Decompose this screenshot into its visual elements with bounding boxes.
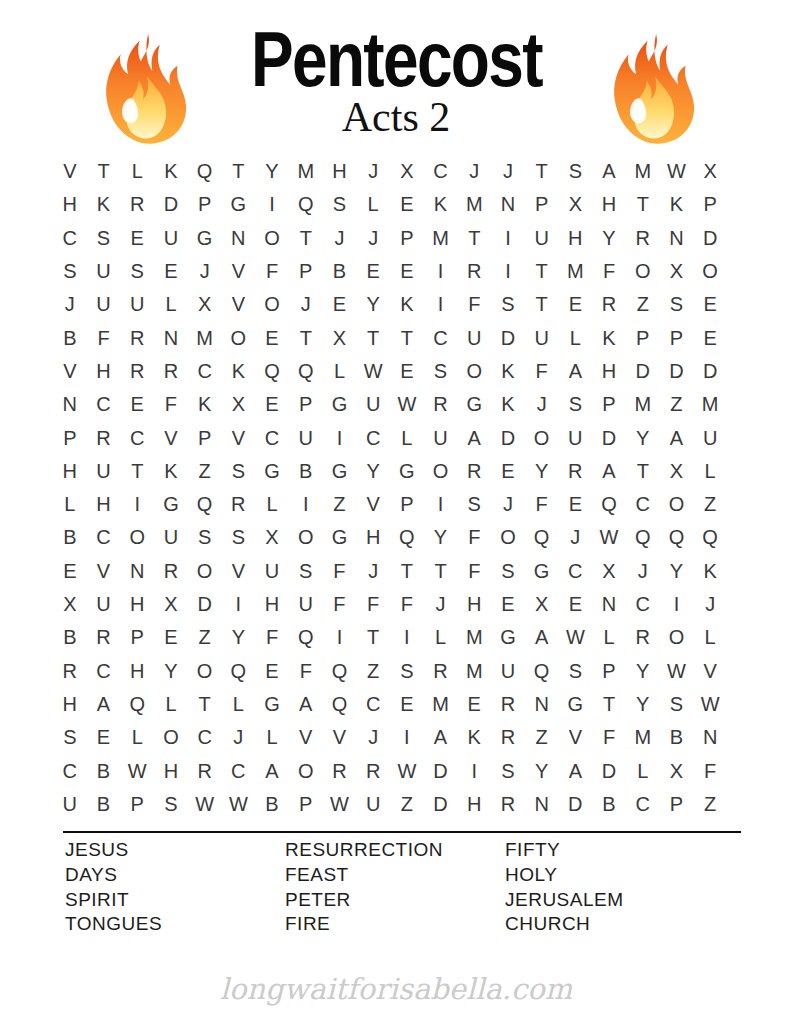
- grid-cell[interactable]: W: [660, 654, 694, 687]
- grid-cell[interactable]: X: [660, 455, 694, 488]
- grid-cell[interactable]: U: [457, 321, 491, 354]
- grid-cell[interactable]: F: [693, 754, 727, 787]
- grid-cell[interactable]: O: [525, 421, 559, 454]
- grid-cell[interactable]: X: [559, 188, 593, 221]
- grid-cell[interactable]: X: [592, 555, 626, 588]
- grid-cell[interactable]: I: [660, 588, 694, 621]
- grid-cell[interactable]: B: [289, 455, 323, 488]
- grid-cell[interactable]: H: [120, 654, 154, 687]
- grid-cell[interactable]: W: [559, 621, 593, 654]
- grid-cell[interactable]: R: [559, 455, 593, 488]
- grid-cell[interactable]: U: [525, 321, 559, 354]
- grid-cell[interactable]: Q: [323, 654, 357, 687]
- grid-cell[interactable]: J: [457, 155, 491, 188]
- grid-cell[interactable]: P: [592, 388, 626, 421]
- grid-cell[interactable]: Q: [592, 488, 626, 521]
- grid-cell[interactable]: H: [559, 222, 593, 255]
- grid-cell[interactable]: D: [188, 588, 222, 621]
- grid-cell[interactable]: S: [559, 388, 593, 421]
- grid-cell[interactable]: Y: [424, 521, 458, 554]
- grid-cell[interactable]: U: [491, 654, 525, 687]
- grid-cell[interactable]: S: [660, 288, 694, 321]
- grid-cell[interactable]: L: [592, 621, 626, 654]
- grid-cell[interactable]: G: [188, 222, 222, 255]
- grid-cell[interactable]: S: [222, 521, 256, 554]
- grid-cell[interactable]: U: [356, 788, 390, 821]
- grid-cell[interactable]: E: [390, 255, 424, 288]
- grid-cell[interactable]: S: [559, 155, 593, 188]
- grid-cell[interactable]: O: [626, 255, 660, 288]
- grid-cell[interactable]: P: [289, 788, 323, 821]
- grid-cell[interactable]: R: [592, 288, 626, 321]
- grid-cell[interactable]: G: [255, 688, 289, 721]
- grid-cell[interactable]: T: [87, 155, 121, 188]
- grid-cell[interactable]: N: [592, 588, 626, 621]
- grid-cell[interactable]: A: [255, 754, 289, 787]
- grid-cell[interactable]: L: [626, 754, 660, 787]
- grid-cell[interactable]: P: [390, 488, 424, 521]
- grid-cell[interactable]: V: [693, 654, 727, 687]
- grid-cell[interactable]: G: [323, 388, 357, 421]
- grid-cell[interactable]: Q: [188, 155, 222, 188]
- grid-cell[interactable]: I: [222, 588, 256, 621]
- grid-cell[interactable]: U: [559, 421, 593, 454]
- grid-cell[interactable]: X: [660, 255, 694, 288]
- grid-cell[interactable]: K: [188, 388, 222, 421]
- grid-cell[interactable]: D: [693, 355, 727, 388]
- grid-cell[interactable]: X: [188, 288, 222, 321]
- grid-cell[interactable]: L: [120, 155, 154, 188]
- grid-cell[interactable]: H: [323, 155, 357, 188]
- grid-cell[interactable]: H: [53, 455, 87, 488]
- grid-cell[interactable]: S: [289, 555, 323, 588]
- grid-cell[interactable]: S: [660, 688, 694, 721]
- grid-cell[interactable]: E: [693, 288, 727, 321]
- grid-cell[interactable]: T: [356, 621, 390, 654]
- grid-cell[interactable]: F: [154, 388, 188, 421]
- grid-cell[interactable]: Y: [356, 455, 390, 488]
- grid-cell[interactable]: N: [120, 555, 154, 588]
- grid-cell[interactable]: L: [255, 488, 289, 521]
- grid-cell[interactable]: O: [491, 521, 525, 554]
- grid-cell[interactable]: S: [491, 555, 525, 588]
- grid-cell[interactable]: K: [491, 355, 525, 388]
- grid-cell[interactable]: C: [356, 421, 390, 454]
- grid-cell[interactable]: Q: [525, 654, 559, 687]
- grid-cell[interactable]: Y: [626, 688, 660, 721]
- grid-cell[interactable]: J: [525, 388, 559, 421]
- grid-cell[interactable]: A: [592, 155, 626, 188]
- grid-cell[interactable]: K: [390, 288, 424, 321]
- grid-cell[interactable]: G: [390, 455, 424, 488]
- grid-cell[interactable]: B: [87, 788, 121, 821]
- grid-cell[interactable]: Z: [390, 788, 424, 821]
- grid-cell[interactable]: U: [693, 421, 727, 454]
- grid-cell[interactable]: M: [626, 155, 660, 188]
- grid-cell[interactable]: X: [693, 155, 727, 188]
- grid-cell[interactable]: O: [660, 621, 694, 654]
- grid-cell[interactable]: R: [626, 222, 660, 255]
- grid-cell[interactable]: R: [457, 455, 491, 488]
- grid-cell[interactable]: U: [87, 588, 121, 621]
- grid-cell[interactable]: N: [491, 188, 525, 221]
- grid-cell[interactable]: C: [120, 421, 154, 454]
- grid-cell[interactable]: G: [222, 188, 256, 221]
- grid-cell[interactable]: S: [87, 222, 121, 255]
- grid-cell[interactable]: Y: [626, 421, 660, 454]
- grid-cell[interactable]: H: [457, 588, 491, 621]
- grid-cell[interactable]: C: [188, 721, 222, 754]
- grid-cell[interactable]: E: [255, 388, 289, 421]
- grid-cell[interactable]: E: [559, 488, 593, 521]
- grid-cell[interactable]: D: [660, 355, 694, 388]
- grid-cell[interactable]: S: [53, 255, 87, 288]
- grid-cell[interactable]: D: [154, 188, 188, 221]
- grid-cell[interactable]: I: [255, 188, 289, 221]
- grid-cell[interactable]: F: [255, 621, 289, 654]
- grid-cell[interactable]: K: [592, 321, 626, 354]
- grid-cell[interactable]: C: [222, 754, 256, 787]
- grid-cell[interactable]: R: [188, 754, 222, 787]
- grid-cell[interactable]: Z: [525, 721, 559, 754]
- grid-cell[interactable]: A: [457, 421, 491, 454]
- grid-cell[interactable]: U: [356, 388, 390, 421]
- grid-cell[interactable]: R: [154, 355, 188, 388]
- grid-cell[interactable]: V: [53, 355, 87, 388]
- grid-cell[interactable]: R: [154, 555, 188, 588]
- grid-cell[interactable]: T: [289, 222, 323, 255]
- grid-cell[interactable]: C: [424, 321, 458, 354]
- grid-cell[interactable]: E: [693, 321, 727, 354]
- grid-cell[interactable]: I: [390, 621, 424, 654]
- grid-cell[interactable]: D: [626, 355, 660, 388]
- grid-cell[interactable]: U: [154, 521, 188, 554]
- grid-cell[interactable]: F: [457, 555, 491, 588]
- grid-cell[interactable]: A: [660, 421, 694, 454]
- grid-cell[interactable]: W: [390, 388, 424, 421]
- grid-cell[interactable]: A: [559, 355, 593, 388]
- grid-cell[interactable]: D: [592, 421, 626, 454]
- grid-cell[interactable]: H: [154, 754, 188, 787]
- grid-cell[interactable]: U: [255, 555, 289, 588]
- grid-cell[interactable]: P: [188, 188, 222, 221]
- grid-cell[interactable]: J: [693, 588, 727, 621]
- grid-cell[interactable]: G: [457, 388, 491, 421]
- grid-cell[interactable]: H: [592, 355, 626, 388]
- grid-cell[interactable]: O: [457, 355, 491, 388]
- grid-cell[interactable]: M: [457, 654, 491, 687]
- grid-cell[interactable]: J: [188, 255, 222, 288]
- grid-cell[interactable]: E: [491, 588, 525, 621]
- grid-cell[interactable]: F: [525, 355, 559, 388]
- grid-cell[interactable]: T: [424, 555, 458, 588]
- grid-cell[interactable]: P: [592, 654, 626, 687]
- grid-cell[interactable]: Q: [255, 355, 289, 388]
- grid-cell[interactable]: T: [289, 321, 323, 354]
- grid-cell[interactable]: U: [525, 222, 559, 255]
- grid-cell[interactable]: O: [255, 222, 289, 255]
- grid-cell[interactable]: P: [53, 421, 87, 454]
- grid-cell[interactable]: T: [188, 688, 222, 721]
- grid-cell[interactable]: E: [390, 355, 424, 388]
- grid-cell[interactable]: B: [87, 754, 121, 787]
- grid-cell[interactable]: Z: [356, 654, 390, 687]
- grid-cell[interactable]: S: [222, 455, 256, 488]
- grid-cell[interactable]: W: [323, 788, 357, 821]
- grid-cell[interactable]: E: [154, 255, 188, 288]
- grid-cell[interactable]: X: [660, 754, 694, 787]
- grid-cell[interactable]: L: [424, 621, 458, 654]
- grid-cell[interactable]: E: [559, 588, 593, 621]
- grid-cell[interactable]: A: [87, 688, 121, 721]
- grid-cell[interactable]: M: [457, 188, 491, 221]
- grid-cell[interactable]: R: [222, 488, 256, 521]
- grid-cell[interactable]: M: [188, 321, 222, 354]
- grid-cell[interactable]: Y: [525, 455, 559, 488]
- grid-cell[interactable]: K: [693, 555, 727, 588]
- grid-cell[interactable]: P: [660, 321, 694, 354]
- grid-cell[interactable]: V: [154, 421, 188, 454]
- grid-cell[interactable]: O: [120, 521, 154, 554]
- grid-cell[interactable]: E: [390, 188, 424, 221]
- grid-cell[interactable]: R: [491, 788, 525, 821]
- grid-cell[interactable]: O: [188, 555, 222, 588]
- grid-cell[interactable]: U: [120, 288, 154, 321]
- grid-cell[interactable]: T: [525, 155, 559, 188]
- grid-cell[interactable]: Q: [390, 521, 424, 554]
- grid-cell[interactable]: D: [559, 788, 593, 821]
- grid-cell[interactable]: T: [222, 155, 256, 188]
- grid-cell[interactable]: O: [660, 488, 694, 521]
- grid-cell[interactable]: W: [693, 688, 727, 721]
- grid-cell[interactable]: O: [154, 721, 188, 754]
- grid-cell[interactable]: E: [255, 654, 289, 687]
- grid-cell[interactable]: G: [559, 688, 593, 721]
- grid-cell[interactable]: T: [592, 688, 626, 721]
- grid-cell[interactable]: R: [120, 321, 154, 354]
- grid-cell[interactable]: Y: [154, 654, 188, 687]
- grid-cell[interactable]: Y: [626, 654, 660, 687]
- grid-cell[interactable]: H: [53, 188, 87, 221]
- grid-cell[interactable]: A: [525, 621, 559, 654]
- grid-cell[interactable]: J: [289, 288, 323, 321]
- grid-cell[interactable]: C: [87, 654, 121, 687]
- grid-cell[interactable]: P: [660, 788, 694, 821]
- grid-cell[interactable]: W: [188, 788, 222, 821]
- grid-cell[interactable]: R: [491, 721, 525, 754]
- grid-cell[interactable]: L: [356, 188, 390, 221]
- grid-cell[interactable]: P: [626, 321, 660, 354]
- grid-cell[interactable]: R: [424, 388, 458, 421]
- grid-cell[interactable]: O: [693, 255, 727, 288]
- grid-cell[interactable]: W: [120, 754, 154, 787]
- grid-cell[interactable]: F: [87, 321, 121, 354]
- grid-cell[interactable]: Y: [222, 621, 256, 654]
- grid-cell[interactable]: H: [87, 355, 121, 388]
- grid-cell[interactable]: U: [154, 222, 188, 255]
- grid-cell[interactable]: H: [120, 588, 154, 621]
- grid-cell[interactable]: S: [390, 654, 424, 687]
- grid-cell[interactable]: T: [457, 222, 491, 255]
- grid-cell[interactable]: E: [120, 222, 154, 255]
- grid-cell[interactable]: P: [525, 188, 559, 221]
- grid-cell[interactable]: M: [289, 155, 323, 188]
- grid-cell[interactable]: S: [120, 255, 154, 288]
- grid-cell[interactable]: E: [559, 288, 593, 321]
- grid-cell[interactable]: K: [457, 721, 491, 754]
- grid-cell[interactable]: L: [255, 721, 289, 754]
- grid-cell[interactable]: N: [222, 222, 256, 255]
- grid-cell[interactable]: G: [323, 455, 357, 488]
- grid-cell[interactable]: O: [289, 521, 323, 554]
- grid-cell[interactable]: U: [289, 421, 323, 454]
- grid-cell[interactable]: L: [390, 421, 424, 454]
- grid-cell[interactable]: L: [222, 688, 256, 721]
- grid-cell[interactable]: F: [356, 588, 390, 621]
- grid-cell[interactable]: G: [525, 555, 559, 588]
- grid-cell[interactable]: J: [356, 555, 390, 588]
- grid-cell[interactable]: K: [424, 188, 458, 221]
- grid-cell[interactable]: R: [356, 754, 390, 787]
- grid-cell[interactable]: I: [323, 621, 357, 654]
- grid-cell[interactable]: P: [289, 255, 323, 288]
- grid-cell[interactable]: H: [255, 588, 289, 621]
- grid-cell[interactable]: S: [491, 754, 525, 787]
- grid-cell[interactable]: Y: [592, 222, 626, 255]
- grid-cell[interactable]: D: [424, 754, 458, 787]
- grid-cell[interactable]: R: [457, 255, 491, 288]
- grid-cell[interactable]: V: [222, 555, 256, 588]
- grid-cell[interactable]: I: [424, 288, 458, 321]
- grid-cell[interactable]: I: [457, 754, 491, 787]
- grid-cell[interactable]: S: [457, 488, 491, 521]
- grid-cell[interactable]: Q: [188, 488, 222, 521]
- grid-cell[interactable]: X: [390, 155, 424, 188]
- grid-cell[interactable]: R: [120, 188, 154, 221]
- grid-cell[interactable]: E: [255, 321, 289, 354]
- grid-cell[interactable]: Q: [693, 521, 727, 554]
- grid-cell[interactable]: L: [559, 321, 593, 354]
- grid-cell[interactable]: V: [559, 721, 593, 754]
- grid-cell[interactable]: E: [120, 388, 154, 421]
- grid-cell[interactable]: Y: [525, 754, 559, 787]
- grid-cell[interactable]: V: [222, 288, 256, 321]
- grid-cell[interactable]: J: [559, 521, 593, 554]
- grid-cell[interactable]: R: [87, 621, 121, 654]
- grid-cell[interactable]: W: [592, 521, 626, 554]
- grid-cell[interactable]: T: [626, 188, 660, 221]
- grid-cell[interactable]: F: [255, 255, 289, 288]
- grid-cell[interactable]: Y: [660, 555, 694, 588]
- grid-cell[interactable]: P: [693, 188, 727, 221]
- grid-cell[interactable]: U: [87, 255, 121, 288]
- grid-cell[interactable]: Q: [289, 621, 323, 654]
- grid-cell[interactable]: O: [222, 321, 256, 354]
- grid-cell[interactable]: Q: [120, 688, 154, 721]
- grid-cell[interactable]: M: [693, 388, 727, 421]
- grid-cell[interactable]: E: [457, 688, 491, 721]
- grid-cell[interactable]: Z: [323, 488, 357, 521]
- grid-cell[interactable]: G: [323, 521, 357, 554]
- grid-cell[interactable]: M: [626, 388, 660, 421]
- grid-cell[interactable]: E: [87, 721, 121, 754]
- grid-cell[interactable]: J: [222, 721, 256, 754]
- grid-cell[interactable]: S: [188, 521, 222, 554]
- grid-cell[interactable]: T: [356, 321, 390, 354]
- grid-cell[interactable]: T: [120, 455, 154, 488]
- grid-cell[interactable]: M: [424, 222, 458, 255]
- grid-cell[interactable]: I: [424, 255, 458, 288]
- grid-cell[interactable]: I: [491, 222, 525, 255]
- grid-cell[interactable]: V: [87, 555, 121, 588]
- grid-cell[interactable]: R: [120, 355, 154, 388]
- grid-cell[interactable]: C: [188, 355, 222, 388]
- grid-cell[interactable]: P: [390, 222, 424, 255]
- grid-cell[interactable]: S: [154, 788, 188, 821]
- grid-cell[interactable]: O: [289, 754, 323, 787]
- grid-cell[interactable]: F: [289, 654, 323, 687]
- grid-cell[interactable]: L: [154, 288, 188, 321]
- grid-cell[interactable]: H: [356, 521, 390, 554]
- grid-cell[interactable]: M: [559, 255, 593, 288]
- grid-cell[interactable]: U: [87, 455, 121, 488]
- grid-cell[interactable]: X: [222, 388, 256, 421]
- grid-cell[interactable]: K: [87, 188, 121, 221]
- grid-cell[interactable]: D: [491, 421, 525, 454]
- grid-cell[interactable]: S: [323, 188, 357, 221]
- grid-cell[interactable]: R: [53, 654, 87, 687]
- grid-cell[interactable]: R: [87, 421, 121, 454]
- grid-cell[interactable]: A: [559, 754, 593, 787]
- grid-cell[interactable]: V: [53, 155, 87, 188]
- grid-cell[interactable]: C: [87, 388, 121, 421]
- grid-cell[interactable]: F: [323, 555, 357, 588]
- grid-cell[interactable]: A: [592, 455, 626, 488]
- grid-cell[interactable]: P: [188, 421, 222, 454]
- grid-cell[interactable]: Q: [222, 654, 256, 687]
- grid-cell[interactable]: X: [154, 588, 188, 621]
- grid-cell[interactable]: L: [154, 688, 188, 721]
- grid-cell[interactable]: R: [626, 621, 660, 654]
- grid-cell[interactable]: V: [289, 721, 323, 754]
- grid-cell[interactable]: A: [424, 721, 458, 754]
- grid-cell[interactable]: N: [525, 688, 559, 721]
- grid-cell[interactable]: Z: [188, 455, 222, 488]
- grid-cell[interactable]: I: [390, 721, 424, 754]
- grid-cell[interactable]: C: [626, 588, 660, 621]
- grid-cell[interactable]: F: [592, 721, 626, 754]
- grid-cell[interactable]: R: [491, 688, 525, 721]
- grid-cell[interactable]: N: [693, 721, 727, 754]
- grid-cell[interactable]: T: [390, 321, 424, 354]
- grid-cell[interactable]: B: [660, 721, 694, 754]
- grid-cell[interactable]: F: [457, 288, 491, 321]
- grid-cell[interactable]: U: [87, 288, 121, 321]
- grid-cell[interactable]: G: [154, 488, 188, 521]
- grid-cell[interactable]: C: [626, 488, 660, 521]
- grid-cell[interactable]: D: [592, 754, 626, 787]
- grid-cell[interactable]: R: [323, 754, 357, 787]
- grid-cell[interactable]: L: [53, 488, 87, 521]
- grid-cell[interactable]: C: [424, 155, 458, 188]
- grid-cell[interactable]: V: [222, 421, 256, 454]
- grid-cell[interactable]: C: [53, 754, 87, 787]
- grid-cell[interactable]: I: [323, 421, 357, 454]
- grid-cell[interactable]: O: [255, 288, 289, 321]
- grid-cell[interactable]: Q: [289, 355, 323, 388]
- grid-cell[interactable]: J: [53, 288, 87, 321]
- grid-cell[interactable]: U: [53, 788, 87, 821]
